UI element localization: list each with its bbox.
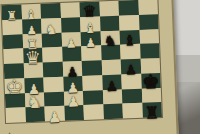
square-g8[interactable] bbox=[118, 0, 138, 15]
white-pawn-e6[interactable]: ♟ bbox=[81, 31, 101, 46]
white-pawn-d2[interactable]: ♟ bbox=[63, 91, 83, 106]
square-d7[interactable] bbox=[61, 17, 81, 32]
white-king-a3[interactable]: ♚ bbox=[4, 78, 24, 93]
square-e1[interactable] bbox=[83, 105, 103, 120]
square-d8[interactable] bbox=[60, 2, 80, 17]
square-f8[interactable] bbox=[99, 1, 119, 16]
square-c3[interactable] bbox=[43, 77, 63, 92]
piece-glyph: ♟ bbox=[85, 38, 96, 48]
square-g2[interactable] bbox=[122, 88, 142, 103]
black-knight-f6[interactable]: ♞ bbox=[100, 30, 120, 45]
piece-glyph: ♜ bbox=[6, 12, 17, 22]
white-pawn-d6[interactable]: ♟ bbox=[61, 32, 81, 47]
square-a1[interactable] bbox=[5, 108, 25, 123]
square-a6[interactable] bbox=[3, 34, 23, 49]
white-queen-b5[interactable]: ♛ bbox=[23, 48, 43, 63]
square-f4[interactable] bbox=[101, 60, 121, 75]
square-a5[interactable] bbox=[3, 49, 23, 64]
piece-glyph: ♜ bbox=[144, 106, 159, 120]
crown-logo-icon: ♚ bbox=[2, 131, 16, 134]
square-g7[interactable] bbox=[119, 15, 139, 30]
square-e4[interactable] bbox=[82, 60, 102, 75]
square-c2[interactable] bbox=[44, 91, 64, 106]
piece-glyph: ♞ bbox=[27, 95, 43, 109]
square-e2[interactable] bbox=[83, 90, 103, 105]
piece-glyph: ♟ bbox=[106, 80, 119, 91]
square-f7[interactable] bbox=[100, 15, 120, 30]
chess-board-frame: ♚ ♜♝♛♟♞♝♜♟♟♞♝♛♟♟♚♟♟♟♚♞♟♟♜ bbox=[0, 0, 179, 134]
white-knight-b2[interactable]: ♞ bbox=[24, 92, 44, 107]
square-h6[interactable] bbox=[139, 29, 159, 44]
square-f1[interactable] bbox=[103, 104, 123, 119]
piece-glyph: ♝ bbox=[123, 35, 136, 47]
piece-glyph: ♞ bbox=[45, 24, 58, 35]
white-knight-c7[interactable]: ♞ bbox=[41, 18, 61, 33]
piece-glyph: ♟ bbox=[48, 111, 62, 123]
black-bishop-g6[interactable]: ♝ bbox=[120, 29, 140, 44]
square-c8[interactable] bbox=[40, 3, 60, 18]
piece-glyph: ♟ bbox=[125, 65, 137, 76]
square-h5[interactable] bbox=[140, 43, 160, 58]
piece-glyph: ♟ bbox=[66, 39, 77, 49]
piece-glyph: ♚ bbox=[5, 79, 23, 95]
square-h8[interactable] bbox=[138, 0, 158, 15]
square-h7[interactable] bbox=[138, 14, 158, 29]
piece-glyph: ♛ bbox=[24, 50, 41, 65]
black-pawn-d4[interactable]: ♟ bbox=[62, 61, 82, 76]
piece-glyph: ♚ bbox=[142, 74, 160, 90]
white-bishop-e7[interactable]: ♝ bbox=[80, 16, 100, 31]
piece-glyph: ♟ bbox=[67, 96, 80, 108]
square-e3[interactable] bbox=[82, 75, 102, 90]
square-c5[interactable] bbox=[42, 47, 62, 62]
black-pawn-f3[interactable]: ♟ bbox=[102, 74, 122, 89]
square-c4[interactable] bbox=[43, 62, 63, 77]
white-rook-a8[interactable]: ♜ bbox=[2, 4, 22, 19]
white-pawn-b7[interactable]: ♟ bbox=[22, 18, 42, 33]
black-pawn-g4[interactable]: ♟ bbox=[121, 59, 141, 74]
white-pawn-d3[interactable]: ♟ bbox=[63, 76, 83, 91]
black-rook-h1[interactable]: ♜ bbox=[142, 102, 162, 117]
square-g1[interactable] bbox=[122, 103, 142, 118]
white-pawn-c1[interactable]: ♟ bbox=[44, 106, 64, 121]
piece-glyph: ♞ bbox=[104, 36, 117, 48]
white-bishop-b8[interactable]: ♝ bbox=[21, 4, 41, 19]
black-king-h3[interactable]: ♚ bbox=[141, 73, 161, 88]
black-queen-e8[interactable]: ♛ bbox=[79, 1, 99, 16]
